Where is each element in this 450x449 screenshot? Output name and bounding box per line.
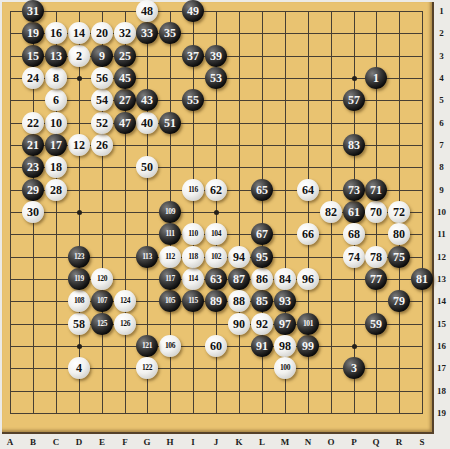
stone-black-31: 31 (22, 0, 44, 22)
move-number: 22 (27, 117, 39, 129)
move-number: 13 (50, 50, 62, 62)
move-number: 106 (165, 342, 175, 350)
stone-white-30: 30 (22, 201, 44, 223)
grid-line-vertical (422, 11, 423, 414)
column-label-G: G (139, 437, 155, 447)
row-label-10: 10 (434, 207, 449, 217)
row-label-18: 18 (434, 386, 449, 396)
stone-black-117: 117 (159, 268, 181, 290)
move-number: 89 (210, 295, 222, 307)
row-label-5: 5 (434, 95, 449, 105)
move-number: 78 (370, 251, 382, 263)
move-number: 120 (97, 275, 107, 283)
row-label-15: 15 (434, 319, 449, 329)
stone-black-19: 19 (22, 22, 44, 44)
move-number: 28 (50, 184, 62, 196)
move-number: 114 (188, 275, 198, 283)
stone-black-67: 67 (251, 223, 273, 245)
move-number: 117 (165, 275, 175, 283)
stone-white-92: 92 (251, 313, 273, 335)
stone-black-71: 71 (365, 179, 387, 201)
stone-black-101: 101 (297, 313, 319, 335)
row-label-16: 16 (434, 341, 449, 351)
move-number: 12 (73, 139, 85, 151)
move-number: 52 (96, 117, 108, 129)
move-number: 39 (210, 50, 222, 62)
stone-white-22: 22 (22, 112, 44, 134)
move-number: 100 (280, 364, 290, 372)
move-number: 8 (53, 72, 59, 84)
stone-white-118: 118 (182, 246, 204, 268)
stone-white-4: 4 (68, 357, 90, 379)
stone-white-6: 6 (45, 89, 67, 111)
row-label-3: 3 (434, 51, 449, 61)
stone-black-85: 85 (251, 290, 273, 312)
stone-black-3: 3 (343, 357, 365, 379)
stone-white-94: 94 (228, 246, 250, 268)
stone-white-58: 58 (68, 313, 90, 335)
move-number: 37 (187, 50, 199, 62)
stone-white-90: 90 (228, 313, 250, 335)
stone-white-70: 70 (365, 201, 387, 223)
move-number: 48 (141, 5, 153, 17)
move-number: 59 (370, 318, 382, 330)
move-number: 45 (119, 72, 131, 84)
move-number: 67 (256, 228, 268, 240)
stone-white-32: 32 (114, 22, 136, 44)
move-number: 19 (27, 27, 39, 39)
stone-black-115: 115 (182, 290, 204, 312)
stone-black-45: 45 (114, 67, 136, 89)
stone-white-40: 40 (136, 112, 158, 134)
star-point (352, 76, 357, 81)
move-number: 70 (370, 206, 382, 218)
stone-black-1: 1 (365, 67, 387, 89)
move-number: 115 (188, 297, 198, 305)
stone-white-18: 18 (45, 156, 67, 178)
stone-white-104: 104 (205, 223, 227, 245)
move-number: 51 (164, 117, 176, 129)
move-number: 10 (50, 117, 62, 129)
move-number: 90 (233, 318, 245, 330)
move-number: 4 (76, 362, 82, 374)
row-label-19: 19 (434, 408, 449, 418)
stone-white-10: 10 (45, 112, 67, 134)
stone-black-59: 59 (365, 313, 387, 335)
stone-white-78: 78 (365, 246, 387, 268)
move-number: 98 (279, 340, 291, 352)
column-label-L: L (254, 437, 270, 447)
move-number: 108 (74, 297, 84, 305)
stone-black-111: 111 (159, 223, 181, 245)
column-label-C: C (48, 437, 64, 447)
move-number: 123 (74, 253, 84, 261)
move-number: 18 (50, 161, 62, 173)
stone-white-16: 16 (45, 22, 67, 44)
move-number: 23 (27, 161, 39, 173)
move-number: 57 (348, 94, 360, 106)
stone-white-50: 50 (136, 156, 158, 178)
stone-black-89: 89 (205, 290, 227, 312)
stone-black-55: 55 (182, 89, 204, 111)
column-label-Q: Q (368, 437, 384, 447)
move-number: 49 (187, 5, 199, 17)
column-label-O: O (323, 437, 339, 447)
stone-white-62: 62 (205, 179, 227, 201)
move-number: 64 (302, 184, 314, 196)
stone-white-100: 100 (274, 357, 296, 379)
stone-black-33: 33 (136, 22, 158, 44)
move-number: 104 (211, 230, 221, 238)
stone-white-28: 28 (45, 179, 67, 201)
stone-white-8: 8 (45, 67, 67, 89)
move-number: 35 (164, 27, 176, 39)
move-number: 91 (256, 340, 268, 352)
stone-white-82: 82 (320, 201, 342, 223)
row-label-17: 17 (434, 363, 449, 373)
stone-black-105: 105 (159, 290, 181, 312)
stone-black-81: 81 (411, 268, 433, 290)
row-label-1: 1 (434, 6, 449, 16)
move-number: 87 (233, 273, 245, 285)
stone-black-57: 57 (343, 89, 365, 111)
column-label-K: K (231, 437, 247, 447)
column-label-B: B (25, 437, 41, 447)
move-number: 30 (27, 206, 39, 218)
move-number: 15 (27, 50, 39, 62)
stone-black-91: 91 (251, 335, 273, 357)
move-number: 26 (96, 139, 108, 151)
move-number: 112 (165, 253, 175, 261)
move-number: 32 (119, 27, 131, 39)
stone-white-96: 96 (297, 268, 319, 290)
stone-white-106: 106 (159, 335, 181, 357)
move-number: 33 (141, 27, 153, 39)
stone-white-88: 88 (228, 290, 250, 312)
stone-black-53: 53 (205, 67, 227, 89)
stone-black-15: 15 (22, 45, 44, 67)
column-label-D: D (71, 437, 87, 447)
stone-white-126: 126 (114, 313, 136, 335)
move-number: 121 (142, 342, 152, 350)
stone-white-14: 14 (68, 22, 90, 44)
column-label-I: I (185, 437, 201, 447)
stone-white-102: 102 (205, 246, 227, 268)
stone-black-37: 37 (182, 45, 204, 67)
stone-white-26: 26 (91, 134, 113, 156)
move-number: 113 (142, 253, 152, 261)
stone-black-25: 25 (114, 45, 136, 67)
star-point (214, 210, 219, 215)
column-label-R: R (391, 437, 407, 447)
row-label-4: 4 (434, 73, 449, 83)
move-number: 126 (120, 320, 130, 328)
star-point (352, 344, 357, 349)
move-number: 81 (416, 273, 428, 285)
stone-black-75: 75 (388, 246, 410, 268)
column-label-P: P (346, 437, 362, 447)
move-number: 2 (76, 50, 82, 62)
stone-white-84: 84 (274, 268, 296, 290)
move-number: 21 (27, 139, 39, 151)
stone-black-43: 43 (136, 89, 158, 111)
move-number: 75 (393, 251, 405, 263)
stone-black-119: 119 (68, 268, 90, 290)
move-number: 55 (187, 94, 199, 106)
move-number: 96 (302, 273, 314, 285)
row-label-6: 6 (434, 118, 449, 128)
move-number: 43 (141, 94, 153, 106)
stone-black-107: 107 (91, 290, 113, 312)
move-number: 109 (165, 208, 175, 216)
move-number: 25 (119, 50, 131, 62)
star-point (77, 210, 82, 215)
row-label-14: 14 (434, 296, 449, 306)
star-point (77, 76, 82, 81)
move-number: 84 (279, 273, 291, 285)
move-number: 94 (233, 251, 245, 263)
move-number: 102 (211, 253, 221, 261)
move-number: 24 (27, 72, 39, 84)
move-number: 60 (210, 340, 222, 352)
move-number: 72 (393, 206, 405, 218)
row-label-11: 11 (434, 229, 449, 239)
move-number: 56 (96, 72, 108, 84)
move-number: 82 (325, 206, 337, 218)
move-number: 53 (210, 72, 222, 84)
move-number: 118 (188, 253, 198, 261)
stone-black-95: 95 (251, 246, 273, 268)
stone-black-121: 121 (136, 335, 158, 357)
stone-black-79: 79 (388, 290, 410, 312)
stone-white-64: 64 (297, 179, 319, 201)
move-number: 71 (370, 184, 382, 196)
column-label-F: F (117, 437, 133, 447)
move-number: 119 (74, 275, 84, 283)
move-number: 125 (97, 320, 107, 328)
move-number: 3 (351, 362, 357, 374)
stone-white-86: 86 (251, 268, 273, 290)
column-label-A: A (2, 437, 18, 447)
move-number: 79 (393, 295, 405, 307)
stone-black-9: 9 (91, 45, 113, 67)
stone-black-23: 23 (22, 156, 44, 178)
move-number: 27 (119, 94, 131, 106)
stone-black-93: 93 (274, 290, 296, 312)
stone-white-112: 112 (159, 246, 181, 268)
stone-black-49: 49 (182, 0, 204, 22)
move-number: 95 (256, 251, 268, 263)
move-number: 66 (302, 228, 314, 240)
stone-black-73: 73 (343, 179, 365, 201)
stone-black-99: 99 (297, 335, 319, 357)
move-number: 77 (370, 273, 382, 285)
move-number: 110 (188, 230, 198, 238)
stone-white-56: 56 (91, 67, 113, 89)
stone-white-74: 74 (343, 246, 365, 268)
move-number: 6 (53, 94, 59, 106)
stone-black-27: 27 (114, 89, 136, 111)
star-point (77, 344, 82, 349)
move-number: 88 (233, 295, 245, 307)
row-label-9: 9 (434, 185, 449, 195)
stone-black-29: 29 (22, 179, 44, 201)
row-label-13: 13 (434, 274, 449, 284)
move-number: 58 (73, 318, 85, 330)
move-number: 73 (348, 184, 360, 196)
move-number: 124 (120, 297, 130, 305)
move-number: 63 (210, 273, 222, 285)
stone-black-13: 13 (45, 45, 67, 67)
stone-black-87: 87 (228, 268, 250, 290)
stone-black-77: 77 (365, 268, 387, 290)
stone-white-110: 110 (182, 223, 204, 245)
stone-black-21: 21 (22, 134, 44, 156)
row-label-2: 2 (434, 28, 449, 38)
move-number: 74 (348, 251, 360, 263)
move-number: 50 (141, 161, 153, 173)
stone-white-72: 72 (388, 201, 410, 223)
stone-white-20: 20 (91, 22, 113, 44)
move-number: 107 (97, 297, 107, 305)
grid-line-horizontal (10, 413, 423, 414)
column-label-N: N (300, 437, 316, 447)
go-kifu-diagram: ABCDEFGHIJKLMNOPQRS123456789101112131415… (0, 0, 450, 449)
move-number: 99 (302, 340, 314, 352)
stone-black-51: 51 (159, 112, 181, 134)
move-number: 47 (119, 117, 131, 129)
move-number: 92 (256, 318, 268, 330)
stone-white-60: 60 (205, 335, 227, 357)
stone-black-65: 65 (251, 179, 273, 201)
column-label-S: S (414, 437, 430, 447)
stone-white-98: 98 (274, 335, 296, 357)
stone-white-116: 116 (182, 179, 204, 201)
column-label-J: J (208, 437, 224, 447)
move-number: 54 (96, 94, 108, 106)
column-label-H: H (162, 437, 178, 447)
stone-white-48: 48 (136, 0, 158, 22)
stone-black-123: 123 (68, 246, 90, 268)
stone-black-63: 63 (205, 268, 227, 290)
stone-black-125: 125 (91, 313, 113, 335)
grid-line-horizontal (10, 391, 423, 392)
move-number: 83 (348, 139, 360, 151)
stone-black-97: 97 (274, 313, 296, 335)
move-number: 80 (393, 228, 405, 240)
move-number: 31 (27, 5, 39, 17)
stone-white-80: 80 (388, 223, 410, 245)
move-number: 105 (165, 297, 175, 305)
stone-white-122: 122 (136, 357, 158, 379)
move-number: 122 (142, 364, 152, 372)
stone-black-39: 39 (205, 45, 227, 67)
move-number: 93 (279, 295, 291, 307)
row-label-12: 12 (434, 252, 449, 262)
move-number: 40 (141, 117, 153, 129)
move-number: 9 (99, 50, 105, 62)
move-number: 101 (303, 320, 313, 328)
row-label-7: 7 (434, 140, 449, 150)
stone-black-47: 47 (114, 112, 136, 134)
stone-white-124: 124 (114, 290, 136, 312)
stone-white-66: 66 (297, 223, 319, 245)
move-number: 20 (96, 27, 108, 39)
move-number: 29 (27, 184, 39, 196)
stone-black-113: 113 (136, 246, 158, 268)
column-label-E: E (94, 437, 110, 447)
stone-black-17: 17 (45, 134, 67, 156)
move-number: 85 (256, 295, 268, 307)
move-number: 1 (373, 72, 379, 84)
stone-white-114: 114 (182, 268, 204, 290)
grid-line-vertical (239, 11, 240, 414)
stone-black-109: 109 (159, 201, 181, 223)
move-number: 86 (256, 273, 268, 285)
stone-white-68: 68 (343, 223, 365, 245)
stone-white-108: 108 (68, 290, 90, 312)
stone-black-35: 35 (159, 22, 181, 44)
stone-black-83: 83 (343, 134, 365, 156)
move-number: 116 (188, 186, 198, 194)
move-number: 97 (279, 318, 291, 330)
move-number: 16 (50, 27, 62, 39)
move-number: 14 (73, 27, 85, 39)
column-label-M: M (277, 437, 293, 447)
move-number: 68 (348, 228, 360, 240)
row-label-8: 8 (434, 162, 449, 172)
stone-white-12: 12 (68, 134, 90, 156)
move-number: 61 (348, 206, 360, 218)
move-number: 62 (210, 184, 222, 196)
stone-white-54: 54 (91, 89, 113, 111)
move-number: 65 (256, 184, 268, 196)
stone-black-61: 61 (343, 201, 365, 223)
move-number: 111 (165, 230, 174, 238)
stone-white-120: 120 (91, 268, 113, 290)
move-number: 17 (50, 139, 62, 151)
stone-white-2: 2 (68, 45, 90, 67)
stone-white-52: 52 (91, 112, 113, 134)
stone-white-24: 24 (22, 67, 44, 89)
